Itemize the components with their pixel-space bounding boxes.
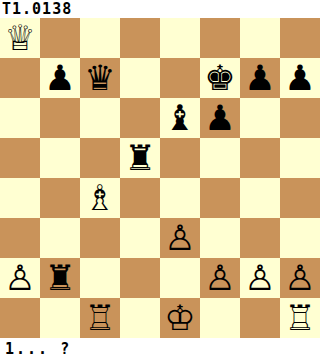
square-h1[interactable]: ♖	[280, 298, 320, 338]
square-f4[interactable]	[200, 178, 240, 218]
square-c2[interactable]	[80, 258, 120, 298]
square-b5[interactable]	[40, 138, 80, 178]
square-g2[interactable]: ♙	[240, 258, 280, 298]
chess-board: ♕♟♛♚♟♟♝♟♜♗♙♙♜♙♙♙♖♔♖	[0, 18, 320, 338]
piece-white-bishop[interactable]: ♗	[80, 178, 120, 218]
square-c7[interactable]: ♛	[80, 58, 120, 98]
piece-white-pawn[interactable]: ♙	[200, 258, 240, 298]
square-d2[interactable]	[120, 258, 160, 298]
piece-black-pawn[interactable]: ♟	[280, 58, 320, 98]
square-a4[interactable]	[0, 178, 40, 218]
piece-black-pawn[interactable]: ♟	[40, 58, 80, 98]
square-g4[interactable]	[240, 178, 280, 218]
piece-black-rook[interactable]: ♜	[120, 138, 160, 178]
square-e7[interactable]	[160, 58, 200, 98]
square-d1[interactable]	[120, 298, 160, 338]
square-e5[interactable]	[160, 138, 200, 178]
square-d3[interactable]	[120, 218, 160, 258]
piece-white-pawn[interactable]: ♙	[280, 258, 320, 298]
square-g5[interactable]	[240, 138, 280, 178]
square-f6[interactable]: ♟	[200, 98, 240, 138]
piece-black-king[interactable]: ♚	[200, 58, 240, 98]
square-f7[interactable]: ♚	[200, 58, 240, 98]
piece-black-queen[interactable]: ♛	[80, 58, 120, 98]
piece-black-bishop[interactable]: ♝	[160, 98, 200, 138]
square-e6[interactable]: ♝	[160, 98, 200, 138]
square-c1[interactable]: ♖	[80, 298, 120, 338]
piece-white-rook[interactable]: ♖	[280, 298, 320, 338]
piece-black-pawn[interactable]: ♟	[200, 98, 240, 138]
piece-white-pawn[interactable]: ♙	[160, 218, 200, 258]
square-e1[interactable]: ♔	[160, 298, 200, 338]
square-h7[interactable]: ♟	[280, 58, 320, 98]
square-h4[interactable]	[280, 178, 320, 218]
square-d7[interactable]	[120, 58, 160, 98]
puzzle-title: T1.0138	[0, 0, 320, 18]
square-d6[interactable]	[120, 98, 160, 138]
square-d4[interactable]	[120, 178, 160, 218]
square-d8[interactable]	[120, 18, 160, 58]
square-g3[interactable]	[240, 218, 280, 258]
square-a3[interactable]	[0, 218, 40, 258]
square-c6[interactable]	[80, 98, 120, 138]
square-c8[interactable]	[80, 18, 120, 58]
square-a2[interactable]: ♙	[0, 258, 40, 298]
square-h8[interactable]	[280, 18, 320, 58]
square-a5[interactable]	[0, 138, 40, 178]
square-b4[interactable]	[40, 178, 80, 218]
square-a1[interactable]	[0, 298, 40, 338]
square-b8[interactable]	[40, 18, 80, 58]
square-f8[interactable]	[200, 18, 240, 58]
move-prompt: 1... ?	[0, 338, 320, 360]
piece-black-pawn[interactable]: ♟	[240, 58, 280, 98]
piece-white-rook[interactable]: ♖	[80, 298, 120, 338]
piece-white-pawn[interactable]: ♙	[240, 258, 280, 298]
square-g8[interactable]	[240, 18, 280, 58]
square-b1[interactable]	[40, 298, 80, 338]
square-f3[interactable]	[200, 218, 240, 258]
square-b2[interactable]: ♜	[40, 258, 80, 298]
piece-white-queen[interactable]: ♕	[0, 18, 40, 58]
square-b7[interactable]: ♟	[40, 58, 80, 98]
square-b3[interactable]	[40, 218, 80, 258]
square-e2[interactable]	[160, 258, 200, 298]
square-g1[interactable]	[240, 298, 280, 338]
square-g6[interactable]	[240, 98, 280, 138]
square-h6[interactable]	[280, 98, 320, 138]
square-c3[interactable]	[80, 218, 120, 258]
square-g7[interactable]: ♟	[240, 58, 280, 98]
square-e8[interactable]	[160, 18, 200, 58]
piece-white-king[interactable]: ♔	[160, 298, 200, 338]
square-e3[interactable]: ♙	[160, 218, 200, 258]
piece-white-pawn[interactable]: ♙	[0, 258, 40, 298]
square-c4[interactable]: ♗	[80, 178, 120, 218]
square-a6[interactable]	[0, 98, 40, 138]
square-h5[interactable]	[280, 138, 320, 178]
square-f5[interactable]	[200, 138, 240, 178]
square-b6[interactable]	[40, 98, 80, 138]
square-e4[interactable]	[160, 178, 200, 218]
square-f1[interactable]	[200, 298, 240, 338]
square-c5[interactable]	[80, 138, 120, 178]
square-h3[interactable]	[280, 218, 320, 258]
square-d5[interactable]: ♜	[120, 138, 160, 178]
piece-black-rook[interactable]: ♜	[40, 258, 80, 298]
square-f2[interactable]: ♙	[200, 258, 240, 298]
square-h2[interactable]: ♙	[280, 258, 320, 298]
square-a8[interactable]: ♕	[0, 18, 40, 58]
square-a7[interactable]	[0, 58, 40, 98]
